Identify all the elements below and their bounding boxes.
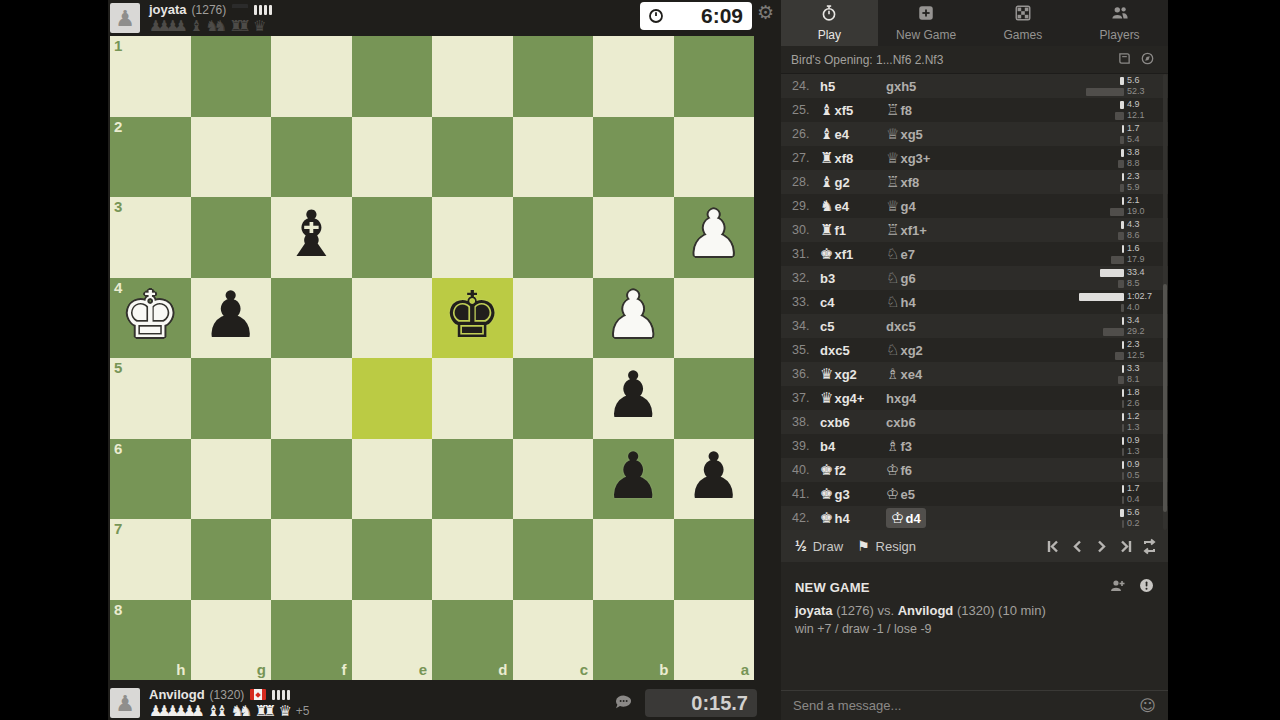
square-c3[interactable] <box>513 197 594 278</box>
square-a5[interactable] <box>674 358 755 439</box>
chat-bubble-icon[interactable] <box>614 694 633 714</box>
white-king-h4[interactable]: ♚ <box>122 283 179 347</box>
black-time-bar <box>1111 256 1124 264</box>
chat-input[interactable]: Send a message... <box>793 698 1139 713</box>
chess-board: 123♝♟4♚♟♚♟5♟6♟♟78hgfedcba <box>110 36 754 680</box>
black-move[interactable]: ♕xg3+ <box>886 149 1073 167</box>
white-time-value: 2.1 <box>1124 196 1161 205</box>
square-h1[interactable]: 1 <box>110 36 191 117</box>
square-e8[interactable]: e <box>352 600 433 681</box>
white-pawn-b4[interactable]: ♟ <box>605 283 662 347</box>
square-f1[interactable] <box>271 36 352 117</box>
figurine-icon: ♕ <box>886 125 899 143</box>
plus-square-icon <box>917 4 935 25</box>
square-a8[interactable]: a <box>674 600 755 681</box>
black-pawn-g4[interactable]: ♟ <box>202 283 259 347</box>
move-number: 26. <box>781 127 820 141</box>
square-d3[interactable] <box>432 197 513 278</box>
connection-bars-icon <box>254 5 272 15</box>
move-times: 1.617.9 <box>1073 244 1168 265</box>
square-a2[interactable] <box>674 117 755 198</box>
alert-icon[interactable] <box>1139 578 1154 597</box>
emoji-smiley-icon[interactable]: ☺ <box>1139 696 1156 715</box>
white-move[interactable]: b3 <box>820 271 886 286</box>
black-time-bar <box>1110 208 1124 216</box>
square-f5[interactable] <box>271 358 352 439</box>
rank-label-6: 6 <box>114 441 122 456</box>
move-times: 4.38.6 <box>1073 220 1168 241</box>
figurine-icon: ♕ <box>886 197 899 215</box>
opening-book-icon[interactable] <box>1118 52 1131 68</box>
figurine-icon: ♗ <box>886 437 899 455</box>
square-h7[interactable]: 7 <box>110 519 191 600</box>
white-time-bar <box>1079 293 1124 301</box>
app-root: ♟ joyata (1276) ♟♟♟♟♝♞♞♜♜♛ 6:09 ⚙ <box>0 0 1280 720</box>
black-time-value: 12.1 <box>1124 111 1161 120</box>
white-move[interactable]: ♛xg2 <box>820 365 886 383</box>
square-a3[interactable]: ♟ <box>674 197 755 278</box>
rank-label-5: 5 <box>114 360 122 375</box>
black-move[interactable]: ♘e7 <box>886 245 1073 263</box>
square-d8[interactable]: d <box>432 600 513 681</box>
white-move[interactable]: b4 <box>820 439 886 454</box>
white-time-value: 33.4 <box>1124 268 1161 277</box>
file-label-c: c <box>580 662 588 677</box>
settings-gear-icon[interactable]: ⚙ <box>757 1 774 23</box>
square-h4[interactable]: 4♚ <box>110 278 191 359</box>
black-time-value: 1.3 <box>1124 447 1161 456</box>
black-move[interactable]: ♖f8 <box>886 101 1073 119</box>
black-move[interactable]: ♖xf8 <box>886 173 1073 191</box>
white-move[interactable]: c5 <box>820 319 886 334</box>
figurine-icon: ♞ <box>820 197 833 215</box>
figurine-icon: ♚ <box>820 461 833 479</box>
move-times: 4.912.1 <box>1073 100 1168 121</box>
black-pawn-b6[interactable]: ♟ <box>605 444 662 508</box>
move-row-31: 31.♚xf1♘e71.617.9 <box>781 242 1168 266</box>
white-move[interactable]: ♝g2 <box>820 173 886 191</box>
move-list: 24.h5gxh55.652.325.♝xf5♖f84.912.126.♝e4♕… <box>781 74 1168 530</box>
white-move[interactable]: cxb6 <box>820 415 886 430</box>
black-move[interactable]: ♕g4 <box>886 197 1073 215</box>
white-time-value: 0.9 <box>1124 436 1161 445</box>
white-time-value: 3.8 <box>1124 148 1161 157</box>
square-c4[interactable] <box>513 278 594 359</box>
square-b2[interactable] <box>593 117 674 198</box>
connection-bars-icon <box>272 690 290 700</box>
file-label-a: a <box>741 662 749 677</box>
move-row-37: 37.♛xg4+hxg41.82.6 <box>781 386 1168 410</box>
move-row-32: 32.b3♘g633.48.5 <box>781 266 1168 290</box>
white-time-value: 1:02.7 <box>1124 292 1161 301</box>
square-f8[interactable]: f <box>271 600 352 681</box>
black-time-bar <box>1086 88 1124 96</box>
square-b4[interactable]: ♟ <box>593 278 674 359</box>
move-number: 42. <box>781 511 820 525</box>
captured-group: ♜♜ <box>255 704 272 719</box>
square-g1[interactable] <box>191 36 272 117</box>
square-b1[interactable] <box>593 36 674 117</box>
black-move[interactable]: ♔d4 <box>886 508 1073 528</box>
move-number: 30. <box>781 223 820 237</box>
black-time-value: 19.0 <box>1124 207 1161 216</box>
move-number: 41. <box>781 487 820 501</box>
black-king-d4[interactable]: ♚ <box>444 283 501 347</box>
board-column: ♟ joyata (1276) ♟♟♟♟♝♞♞♜♜♛ 6:09 ⚙ <box>108 0 781 720</box>
square-g5[interactable] <box>191 358 272 439</box>
players-icon <box>1111 4 1129 25</box>
square-g2[interactable] <box>191 117 272 198</box>
top-player-avatar[interactable]: ♟ <box>110 3 140 33</box>
bottom-player-info[interactable]: Anvilogd (1320) <box>149 687 310 702</box>
square-g3[interactable] <box>191 197 272 278</box>
figurine-icon: ♛ <box>820 389 833 407</box>
explorer-compass-icon[interactable] <box>1141 52 1154 68</box>
white-time-value: 5.6 <box>1124 76 1161 85</box>
tab-players[interactable]: Players <box>1071 0 1168 46</box>
move-times: 2.35.9 <box>1073 172 1168 193</box>
square-e1[interactable] <box>352 36 433 117</box>
square-a4[interactable] <box>674 278 755 359</box>
move-times: 2.312.5 <box>1073 340 1168 361</box>
white-move[interactable]: ♝xf5 <box>820 101 886 119</box>
figurine-icon: ♖ <box>886 221 899 239</box>
captured-group: ♜♜ <box>229 19 246 34</box>
figurine-icon: ♘ <box>886 341 899 359</box>
black-time-value: 0.2 <box>1124 519 1161 528</box>
white-time-bar <box>1100 269 1124 277</box>
file-label-d: d <box>498 662 507 677</box>
white-move[interactable]: ♞e4 <box>820 197 886 215</box>
figurine-icon: ♖ <box>886 101 899 119</box>
move-number: 37. <box>781 391 820 405</box>
captured-group: ♞♞ <box>231 704 248 719</box>
rank-label-8: 8 <box>114 602 122 617</box>
move-number: 27. <box>781 151 820 165</box>
white-move[interactable]: dxc5 <box>820 343 886 358</box>
move-number: 28. <box>781 175 820 189</box>
white-time-value: 4.3 <box>1124 220 1161 229</box>
rank-label-7: 7 <box>114 521 122 536</box>
bottom-player-avatar[interactable]: ♟ <box>110 688 140 718</box>
figurine-icon: ♖ <box>886 173 899 191</box>
move-row-25: 25.♝xf5♖f84.912.1 <box>781 98 1168 122</box>
square-c5[interactable] <box>513 358 594 439</box>
move-row-40: 40.♚f2♔f60.90.5 <box>781 458 1168 482</box>
move-number: 32. <box>781 271 820 285</box>
square-c1[interactable] <box>513 36 594 117</box>
opening-name: Bird's Opening: 1...Nf6 2.Nf3 <box>791 53 1118 67</box>
black-move[interactable]: hxg4 <box>886 391 1073 406</box>
move-row-28: 28.♝g2♖xf82.35.9 <box>781 170 1168 194</box>
black-time-value: 8.8 <box>1124 159 1161 168</box>
side-panel: PlayNew GameGamesPlayers Bird's Opening:… <box>781 0 1168 720</box>
square-h6[interactable]: 6 <box>110 439 191 520</box>
black-time-value: 8.1 <box>1124 375 1161 384</box>
move-row-41: 41.♚g3♔e51.70.4 <box>781 482 1168 506</box>
figurine-icon: ♗ <box>886 365 899 383</box>
black-bishop-f3[interactable]: ♝ <box>283 202 340 266</box>
next-move-button[interactable] <box>1093 538 1110 555</box>
white-move[interactable]: ♚xf1 <box>820 245 886 263</box>
figurine-icon: ♝ <box>820 125 833 143</box>
figurine-icon: ♔ <box>891 509 904 527</box>
move-row-33: 33.c4♘h41:02.74.0 <box>781 290 1168 314</box>
last-move-button[interactable] <box>1117 538 1134 555</box>
square-d4[interactable]: ♚ <box>432 278 513 359</box>
black-pawn-b5[interactable]: ♟ <box>605 363 662 427</box>
rank-label-3: 3 <box>114 199 122 214</box>
move-number: 36. <box>781 367 820 381</box>
black-clock: 0:15.7 <box>645 689 757 717</box>
square-e4[interactable] <box>352 278 433 359</box>
move-number: 33. <box>781 295 820 309</box>
top-captured-pieces: ♟♟♟♟♝♞♞♜♜♛ <box>149 18 272 34</box>
white-time-value: 2.3 <box>1124 340 1161 349</box>
square-c8[interactable]: c <box>513 600 594 681</box>
square-h8[interactable]: 8h <box>110 600 191 681</box>
file-label-f: f <box>342 662 347 677</box>
square-d5[interactable] <box>432 358 513 439</box>
figurine-icon: ♜ <box>820 221 833 239</box>
square-f7[interactable] <box>271 519 352 600</box>
black-move[interactable]: cxb6 <box>886 415 1073 430</box>
square-b7[interactable] <box>593 519 674 600</box>
top-player-rating: (1276) <box>192 4 227 16</box>
black-move[interactable]: ♗f3 <box>886 437 1073 455</box>
move-row-36: 36.♛xg2♗xe43.38.1 <box>781 362 1168 386</box>
white-time-value: 1.7 <box>1124 124 1161 133</box>
black-move[interactable]: ♘g6 <box>886 269 1073 287</box>
top-player-info[interactable]: joyata (1276) <box>149 2 272 17</box>
game-controls: ½ Draw ⚑ Resign <box>781 530 1168 562</box>
square-g6[interactable] <box>191 439 272 520</box>
move-times: 33.48.5 <box>1073 268 1168 289</box>
figurine-icon: ♜ <box>820 149 833 167</box>
black-time-value: 2.6 <box>1124 399 1161 408</box>
tab-games[interactable]: Games <box>975 0 1072 46</box>
square-f6[interactable] <box>271 439 352 520</box>
square-g7[interactable] <box>191 519 272 600</box>
figurine-icon: ♝ <box>820 173 833 191</box>
move-row-34: 34.c5dxc53.429.2 <box>781 314 1168 338</box>
black-move[interactable]: ♘xg2 <box>886 341 1073 359</box>
move-number: 39. <box>781 439 820 453</box>
canada-flag-icon <box>250 689 266 700</box>
black-move[interactable]: ♖xf1+ <box>886 221 1073 239</box>
square-b6[interactable]: ♟ <box>593 439 674 520</box>
captured-group: ♝ <box>190 19 198 34</box>
white-time-value: 1.8 <box>1124 388 1161 397</box>
white-move[interactable]: ♚g3 <box>820 485 886 503</box>
white-move[interactable]: h5 <box>820 79 886 94</box>
black-time-value: 0.4 <box>1124 495 1161 504</box>
move-times: 3.88.8 <box>1073 148 1168 169</box>
file-label-b: b <box>659 662 668 677</box>
black-time-value: 5.4 <box>1124 135 1161 144</box>
square-a6[interactable]: ♟ <box>674 439 755 520</box>
previous-move-button[interactable] <box>1069 538 1086 555</box>
black-move[interactable]: ♗xe4 <box>886 365 1073 383</box>
square-e3[interactable] <box>352 197 433 278</box>
square-b3[interactable] <box>593 197 674 278</box>
move-times: 1.70.4 <box>1073 484 1168 505</box>
black-move[interactable]: gxh5 <box>886 79 1073 94</box>
square-e7[interactable] <box>352 519 433 600</box>
black-move[interactable]: ♕xg5 <box>886 125 1073 143</box>
move-times: 3.429.2 <box>1073 316 1168 337</box>
move-number: 24. <box>781 79 820 93</box>
move-row-24: 24.h5gxh55.652.3 <box>781 74 1168 98</box>
square-c6[interactable] <box>513 439 594 520</box>
figurine-icon: ♔ <box>886 461 899 479</box>
white-pawn-a3[interactable]: ♟ <box>685 202 742 266</box>
black-move[interactable]: ♘h4 <box>886 293 1073 311</box>
captured-group: ♟♟♟♟♟♟ <box>149 704 200 719</box>
white-time-value: 3.4 <box>1124 316 1161 325</box>
black-time-value: 29.2 <box>1124 327 1161 336</box>
figurine-icon: ♔ <box>886 485 899 503</box>
move-times: 1.82.6 <box>1073 388 1168 409</box>
white-move[interactable]: ♜xf8 <box>820 149 886 167</box>
white-time-value: 1.7 <box>1124 484 1161 493</box>
new-game-section: NEW GAME joyata (1276) vs. Anvilogd (132… <box>781 566 1168 691</box>
move-number: 34. <box>781 319 820 333</box>
square-e2[interactable] <box>352 117 433 198</box>
square-a7[interactable] <box>674 519 755 600</box>
captured-group: ♛ <box>278 704 286 719</box>
square-f2[interactable] <box>271 117 352 198</box>
figurine-icon: ♝ <box>820 101 833 119</box>
black-time-value: 8.5 <box>1124 279 1161 288</box>
white-move[interactable]: ♚f2 <box>820 461 886 479</box>
black-time-bar <box>1115 352 1124 360</box>
square-e6[interactable] <box>352 439 433 520</box>
board-icon <box>1014 4 1032 25</box>
white-time-value: 4.9 <box>1124 100 1161 109</box>
draw-button[interactable]: ½ Draw <box>795 538 843 554</box>
add-friend-icon[interactable] <box>1110 579 1125 597</box>
move-times: 1:02.74.0 <box>1073 292 1168 313</box>
black-time-value: 8.6 <box>1124 231 1161 240</box>
stopwatch-icon <box>820 4 838 25</box>
white-time-value: 2.3 <box>1124 172 1161 181</box>
square-f4[interactable] <box>271 278 352 359</box>
figurine-icon: ♕ <box>886 149 899 167</box>
captured-group: ♞♞ <box>205 19 222 34</box>
square-g8[interactable]: g <box>191 600 272 681</box>
square-b5[interactable]: ♟ <box>593 358 674 439</box>
move-number: 25. <box>781 103 820 117</box>
bottom-player-name: Anvilogd <box>149 688 205 701</box>
tab-label: Players <box>1100 28 1140 42</box>
white-time-value: 0.9 <box>1124 460 1161 469</box>
move-times: 5.652.3 <box>1073 76 1168 97</box>
captured-group: ♝♝ <box>207 704 224 719</box>
move-list-scrollbar[interactable] <box>1163 74 1167 530</box>
square-c7[interactable] <box>513 519 594 600</box>
white-clock: 6:09 <box>640 2 752 30</box>
flip-board-button[interactable] <box>1141 538 1158 555</box>
white-move[interactable]: ♚h4 <box>820 509 886 527</box>
figurine-icon: ♚ <box>820 485 833 503</box>
figurine-icon: ♚ <box>820 509 833 527</box>
white-time-value: 3.3 <box>1124 364 1161 373</box>
move-number: 38. <box>781 415 820 429</box>
tab-label: Play <box>818 28 841 42</box>
square-d2[interactable] <box>432 117 513 198</box>
top-player-name: joyata <box>149 3 187 16</box>
opening-row: Bird's Opening: 1...Nf6 2.Nf3 <box>781 46 1168 74</box>
white-move[interactable]: ♝e4 <box>820 125 886 143</box>
square-d7[interactable] <box>432 519 513 600</box>
black-move[interactable]: ♔f6 <box>886 461 1073 479</box>
square-b8[interactable]: b <box>593 600 674 681</box>
move-number: 31. <box>781 247 820 261</box>
square-d6[interactable] <box>432 439 513 520</box>
new-game-header: NEW GAME <box>795 580 1110 595</box>
black-time-value: 1.3 <box>1124 423 1161 432</box>
square-h2[interactable]: 2 <box>110 117 191 198</box>
file-label-g: g <box>257 662 266 677</box>
square-a1[interactable] <box>674 36 755 117</box>
move-times: 3.38.1 <box>1073 364 1168 385</box>
square-f3[interactable]: ♝ <box>271 197 352 278</box>
tab-label: Games <box>1004 28 1043 42</box>
figurine-icon: ♘ <box>886 269 899 287</box>
move-times: 0.91.3 <box>1073 436 1168 457</box>
square-h5[interactable]: 5 <box>110 358 191 439</box>
first-move-button[interactable] <box>1045 538 1062 555</box>
black-move[interactable]: dxc5 <box>886 319 1073 334</box>
square-g4[interactable]: ♟ <box>191 278 272 359</box>
white-move[interactable]: c4 <box>820 295 886 310</box>
move-row-42: 42.♚h4♔d45.60.2 <box>781 506 1168 530</box>
move-number: 40. <box>781 463 820 477</box>
move-row-38: 38.cxb6cxb61.21.3 <box>781 410 1168 434</box>
move-times: 5.60.2 <box>1073 508 1168 529</box>
tab-play[interactable]: Play <box>781 0 878 46</box>
bottom-player-rating: (1320) <box>210 689 245 701</box>
tab-new-game[interactable]: New Game <box>878 0 975 46</box>
panel-tabs: PlayNew GameGamesPlayers <box>781 0 1168 46</box>
bottom-captured-pieces: ♟♟♟♟♟♟♝♝♞♞♜♜♛+5 <box>149 703 310 719</box>
white-time-value: 5.6 <box>1124 508 1161 517</box>
white-move[interactable]: ♜f1 <box>820 221 886 239</box>
move-row-29: 29.♞e4♕g42.119.0 <box>781 194 1168 218</box>
move-number: 29. <box>781 199 820 213</box>
square-e5[interactable] <box>352 358 433 439</box>
file-label-h: h <box>176 662 185 677</box>
white-time-value: 1.6 <box>1124 244 1161 253</box>
file-label-e: e <box>419 662 427 677</box>
move-times: 0.90.5 <box>1073 460 1168 481</box>
clock-icon <box>648 8 664 24</box>
white-clock-time: 6:09 <box>664 4 752 28</box>
square-h3[interactable]: 3 <box>110 197 191 278</box>
square-d1[interactable] <box>432 36 513 117</box>
black-move[interactable]: ♔e5 <box>886 485 1073 503</box>
black-pawn-a6[interactable]: ♟ <box>685 444 742 508</box>
square-c2[interactable] <box>513 117 594 198</box>
germany-flag-icon <box>232 4 248 15</box>
captured-group: ♛ <box>253 19 261 34</box>
black-time-bar <box>1103 328 1124 336</box>
move-times: 1.21.3 <box>1073 412 1168 433</box>
white-move[interactable]: ♛xg4+ <box>820 389 886 407</box>
move-row-39: 39.b4♗f30.91.3 <box>781 434 1168 458</box>
resign-button[interactable]: ⚑ Resign <box>857 538 916 554</box>
